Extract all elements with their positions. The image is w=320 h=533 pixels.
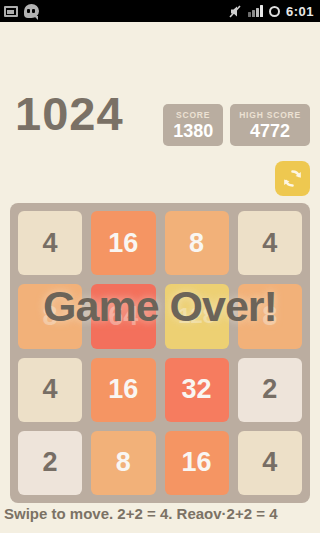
app-screen: 6:01 1024 SCORE 1380 HIGH SCORE 4772 416… <box>0 0 320 533</box>
signal-strength-icon <box>248 5 263 17</box>
high-score-box: HIGH SCORE 4772 <box>230 104 310 146</box>
score-panel: SCORE 1380 HIGH SCORE 4772 <box>163 104 310 146</box>
score-value: 1380 <box>173 121 213 141</box>
high-score-value: 4772 <box>250 121 290 141</box>
status-bar-clock: 6:01 <box>286 4 316 19</box>
status-bar-system-icons: 6:01 <box>229 4 316 19</box>
game-over-message: Game Over! <box>0 282 320 331</box>
tile-r3c1-4: 4 <box>18 358 82 422</box>
screenshot-notification-icon <box>4 6 18 17</box>
tile-r1c2-16: 16 <box>91 211 155 275</box>
tile-r4c2-8: 8 <box>91 431 155 495</box>
data-circle-icon <box>269 6 280 17</box>
status-bar-notifications <box>4 4 39 18</box>
tile-r3c4-2: 2 <box>238 358 302 422</box>
high-score-label: HIGH SCORE <box>239 110 301 121</box>
hangouts-notification-icon <box>24 4 39 18</box>
tile-r1c1-4: 4 <box>18 211 82 275</box>
tile-r1c4-4: 4 <box>238 211 302 275</box>
tile-r3c3-32: 32 <box>165 358 229 422</box>
restart-button[interactable] <box>275 161 310 196</box>
tile-r4c1-2: 2 <box>18 431 82 495</box>
score-label: SCORE <box>176 110 210 121</box>
tile-r4c3-16: 16 <box>165 431 229 495</box>
tile-r1c3-8: 8 <box>165 211 229 275</box>
status-bar[interactable]: 6:01 <box>0 0 320 22</box>
mute-icon <box>229 5 242 18</box>
hint-text: Swipe to move. 2+2 = 4. Reaov·2+2 = 4 <box>4 505 320 522</box>
refresh-icon <box>282 168 303 189</box>
tile-r3c2-16: 16 <box>91 358 155 422</box>
tile-r4c4-4: 4 <box>238 431 302 495</box>
game-board[interactable]: 41684864128841632228164 <box>10 203 310 503</box>
score-box: SCORE 1380 <box>163 104 223 146</box>
page-title: 1024 <box>15 86 124 141</box>
